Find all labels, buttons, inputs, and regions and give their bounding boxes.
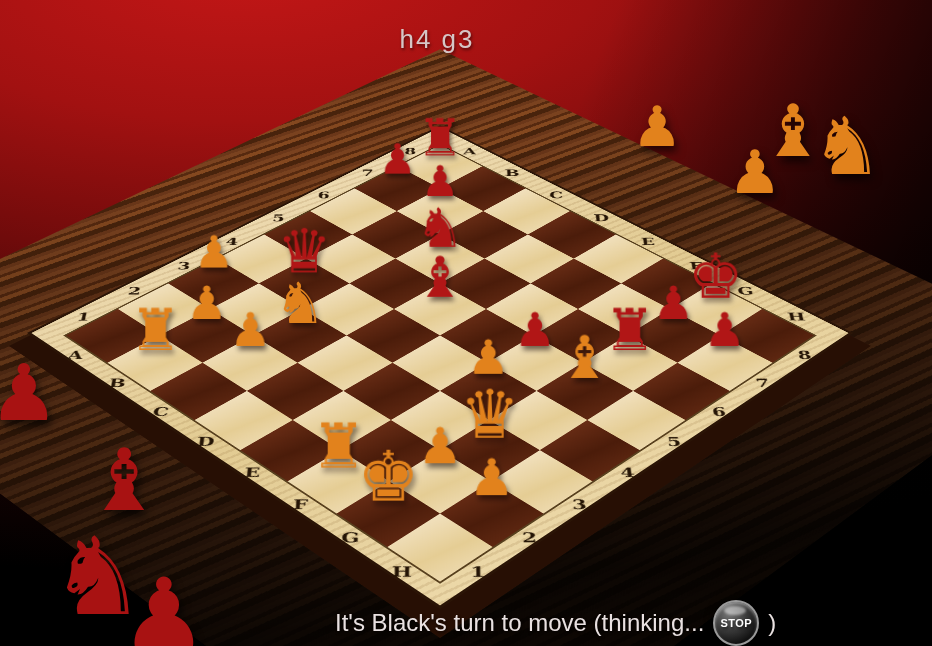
rank-label-far-3: 3 bbox=[572, 497, 588, 512]
stop-button-label: STOP bbox=[720, 617, 752, 629]
captured-white-knight: ♞ bbox=[811, 107, 883, 187]
square-e2[interactable] bbox=[293, 391, 391, 450]
file-label-near-G: G bbox=[341, 529, 360, 545]
square-f3[interactable] bbox=[391, 391, 489, 450]
square-g4[interactable] bbox=[489, 391, 587, 450]
square-e1[interactable] bbox=[240, 420, 340, 481]
rank-label-far-5: 5 bbox=[666, 434, 682, 448]
rank-label-far-8: 8 bbox=[797, 348, 813, 361]
square-g3[interactable] bbox=[440, 420, 540, 481]
stop-button[interactable]: STOP bbox=[713, 600, 759, 646]
square-f4[interactable] bbox=[440, 363, 537, 420]
file-label-far-G: G bbox=[736, 285, 754, 297]
square-f5[interactable] bbox=[487, 335, 582, 390]
captured-black-bishop: ♝ bbox=[85, 437, 162, 523]
file-label-near-E: E bbox=[244, 465, 261, 480]
square-e4[interactable] bbox=[393, 335, 488, 390]
square-b1[interactable] bbox=[108, 335, 203, 390]
square-h1[interactable] bbox=[387, 514, 492, 582]
square-h6[interactable] bbox=[633, 363, 730, 420]
square-f1[interactable] bbox=[288, 450, 390, 513]
square-h7[interactable] bbox=[677, 335, 772, 390]
square-c2[interactable] bbox=[203, 335, 298, 390]
captured-black-pawn: ♟ bbox=[0, 354, 59, 432]
file-label-far-D: D bbox=[593, 212, 609, 223]
captured-white-pawn: ♟ bbox=[632, 99, 682, 155]
file-label-near-F: F bbox=[292, 497, 308, 512]
square-d3[interactable] bbox=[298, 335, 393, 390]
file-label-near-C: C bbox=[152, 405, 170, 419]
rank-label-far-7: 7 bbox=[754, 376, 770, 389]
rank-label-far-1: 1 bbox=[470, 563, 485, 579]
rank-label-far-4: 4 bbox=[620, 465, 636, 480]
file-label-far-E: E bbox=[640, 236, 655, 247]
status-text-close: ) bbox=[768, 609, 776, 637]
square-c1[interactable] bbox=[150, 363, 247, 420]
chess-app-window: AA11BB22CC33DD44EE55FF66GG77HH88 ♜♚♟♟♟♟♞… bbox=[0, 0, 932, 646]
file-label-far-A: A bbox=[463, 146, 476, 156]
rank-label-near-3: 3 bbox=[177, 260, 192, 272]
square-h5[interactable] bbox=[587, 391, 685, 450]
rank-label-near-5: 5 bbox=[272, 212, 285, 223]
square-g6[interactable] bbox=[582, 335, 677, 390]
file-label-far-H: H bbox=[786, 310, 806, 322]
rank-label-near-7: 7 bbox=[361, 168, 373, 178]
square-h4[interactable] bbox=[540, 420, 640, 481]
file-label-near-B: B bbox=[108, 376, 127, 389]
rank-label-far-2: 2 bbox=[522, 529, 538, 545]
rank-label-near-2: 2 bbox=[127, 285, 142, 297]
file-label-far-C: C bbox=[549, 190, 564, 201]
file-label-near-D: D bbox=[196, 434, 215, 448]
file-label-far-B: B bbox=[505, 168, 520, 178]
square-f2[interactable] bbox=[340, 420, 440, 481]
rank-label-far-6: 6 bbox=[711, 405, 727, 419]
square-h2[interactable] bbox=[440, 481, 543, 547]
file-label-near-A: A bbox=[67, 348, 85, 361]
status-bar: It's Black's turn to move (thinking... S… bbox=[335, 600, 776, 646]
rank-label-near-8: 8 bbox=[404, 146, 416, 156]
square-d1[interactable] bbox=[195, 391, 293, 450]
square-e3[interactable] bbox=[343, 363, 440, 420]
captured-black-pawn: ♟ bbox=[120, 565, 208, 646]
rank-label-near-4: 4 bbox=[225, 236, 239, 247]
rank-label-near-6: 6 bbox=[317, 190, 330, 201]
status-text: It's Black's turn to move (thinking... bbox=[335, 609, 704, 637]
rank-label-near-1: 1 bbox=[76, 310, 92, 322]
last-move-display: h4 g3 bbox=[399, 24, 474, 55]
square-h3[interactable] bbox=[491, 450, 593, 513]
file-label-far-F: F bbox=[689, 260, 704, 272]
square-g1[interactable] bbox=[337, 481, 440, 547]
square-d2[interactable] bbox=[247, 363, 344, 420]
square-g2[interactable] bbox=[389, 450, 491, 513]
square-g5[interactable] bbox=[537, 363, 634, 420]
file-label-near-H: H bbox=[392, 563, 413, 579]
